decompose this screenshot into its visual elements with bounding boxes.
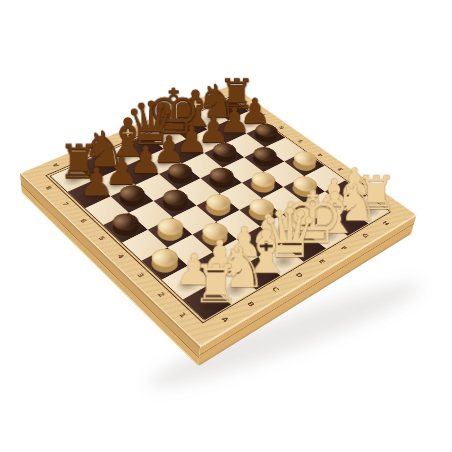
piece-shadow: [108, 150, 138, 168]
dark-checker-e5: [205, 165, 238, 186]
piece-shadow: [291, 208, 322, 228]
chess-board-box: ABCDEFGH ABCDEFGH 87654321 87654321 ♜♞♝♛…: [20, 85, 417, 347]
scene-perspective: ABCDEFGH ABCDEFGH 87654321 87654321 ♜♞♝♛…: [0, 0, 452, 452]
product-photo: ABCDEFGH ABCDEFGH 87654321 87654321 ♜♞♝♛…: [0, 0, 452, 452]
scene-rotation: ABCDEFGH ABCDEFGH 87654321 87654321 ♜♞♝♛…: [0, 0, 452, 452]
piece-shadow: [58, 171, 89, 190]
play-area: ♜♞♝♛♚♝♞♜♟♟♟♟♟♟♟♟♟♟♟♟♟♟♟♟♜♞♝♛♚♝♞♜: [50, 99, 388, 320]
light-checker-e3: [245, 196, 280, 219]
